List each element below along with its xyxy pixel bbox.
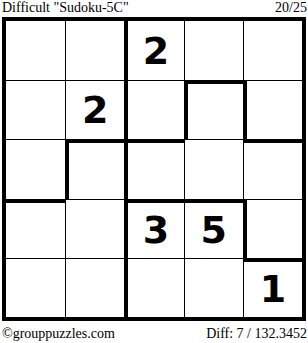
cell-r5c1[interactable] [6,258,65,317]
puzzle-counter: 20/25 [275,0,307,15]
copyright-label: ©grouppuzzles.com [2,326,115,342]
cell-r1c4[interactable] [184,21,243,80]
cell-r3c5[interactable] [243,139,302,198]
cell-r2c4[interactable] [184,80,243,139]
cell-r1c5[interactable] [243,21,302,80]
cell-r5c3[interactable] [124,258,183,317]
cell-r4c5[interactable] [243,199,302,258]
sudoku-grid: 22351 [2,17,306,321]
puzzle-title: Difficult "Sudoku-5C" [2,0,129,15]
cell-r5c5: 1 [243,258,302,317]
cell-r4c2[interactable] [65,199,124,258]
cell-r1c1[interactable] [6,21,65,80]
cell-r3c2[interactable] [65,139,124,198]
cell-r3c4[interactable] [184,139,243,198]
cell-r5c4[interactable] [184,258,243,317]
cell-r3c3[interactable] [124,139,183,198]
cell-r1c3: 2 [124,21,183,80]
cell-r2c1[interactable] [6,80,65,139]
difficulty-label: Diff: 7 / 132.3452 [206,326,307,342]
cell-r2c2: 2 [65,80,124,139]
cell-r1c2[interactable] [65,21,124,80]
cell-r4c1[interactable] [6,199,65,258]
page-footer: ©grouppuzzles.com Diff: 7 / 132.3452 [2,326,307,342]
page-header: Difficult "Sudoku-5C" 20/25 [2,0,307,16]
cell-r2c5[interactable] [243,80,302,139]
cell-r2c3[interactable] [124,80,183,139]
cell-r4c3: 3 [124,199,183,258]
cell-r3c1[interactable] [6,139,65,198]
cell-r5c2[interactable] [65,258,124,317]
cell-r4c4: 5 [184,199,243,258]
